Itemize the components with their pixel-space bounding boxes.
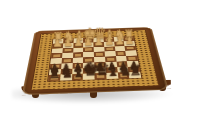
photo-background: ♜♞♝♚♛♝♞♜♟♟♟♟♟♟♟♟♟♟♟♟♟♟♟♟♜♞♝♚♛♝♞♜ xyxy=(0,0,200,134)
piece-white-pawn: ♟ xyxy=(83,36,94,47)
piece-black-knight: ♞ xyxy=(117,63,129,79)
square-e2: ♟ xyxy=(83,42,93,47)
piece-black-king: ♚ xyxy=(82,60,94,79)
square-b8: ♞ xyxy=(117,72,129,78)
square-a8: ♜ xyxy=(129,72,142,78)
piece-black-rook: ♜ xyxy=(48,66,60,80)
square-g2: ♟ xyxy=(63,43,74,48)
square-c2: ♟ xyxy=(104,42,115,47)
piece-black-bishop: ♝ xyxy=(71,64,83,80)
square-h3 xyxy=(52,48,63,53)
piece-white-pawn: ♟ xyxy=(124,35,135,46)
board-foot xyxy=(90,92,97,98)
square-d8: ♛ xyxy=(95,73,107,79)
piece-white-pawn: ♟ xyxy=(114,35,125,46)
square-b4 xyxy=(115,51,126,56)
square-a2: ♟ xyxy=(124,41,135,46)
square-b2: ♟ xyxy=(114,41,125,46)
board-grid: ♜♞♝♚♛♝♞♜♟♟♟♟♟♟♟♟♟♟♟♟♟♟♟♟♜♞♝♚♛♝♞♜ xyxy=(47,36,142,82)
square-h4 xyxy=(51,53,62,58)
piece-white-pawn: ♟ xyxy=(73,36,84,47)
board-frame-dark-wood: ♜♞♝♚♛♝♞♜♟♟♟♟♟♟♟♟♟♟♟♟♟♟♟♟♜♞♝♚♛♝♞♜ xyxy=(22,27,169,95)
square-e8: ♚ xyxy=(83,73,95,79)
piece-black-knight: ♞ xyxy=(59,65,71,81)
square-h8: ♜ xyxy=(48,75,60,81)
square-g4 xyxy=(62,53,73,58)
square-f2: ♟ xyxy=(73,43,83,48)
piece-white-pawn: ♟ xyxy=(104,35,115,46)
piece-white-pawn: ♟ xyxy=(52,37,63,48)
board-frame-gold-carved-border: ♜♞♝♚♛♝♞♜♟♟♟♟♟♟♟♟♟♟♟♟♟♟♟♟♜♞♝♚♛♝♞♜ xyxy=(30,30,159,91)
piece-white-pawn: ♟ xyxy=(93,36,104,47)
square-d2: ♟ xyxy=(94,42,105,47)
square-g3 xyxy=(62,48,73,53)
piece-black-queen: ♛ xyxy=(94,61,106,79)
square-c8: ♝ xyxy=(106,73,118,79)
square-h2: ♟ xyxy=(52,43,63,48)
square-f8: ♝ xyxy=(72,74,84,80)
square-g8: ♞ xyxy=(60,74,72,80)
piece-black-rook: ♜ xyxy=(129,63,141,77)
chess-board: ♜♞♝♚♛♝♞♜♟♟♟♟♟♟♟♟♟♟♟♟♟♟♟♟♜♞♝♚♛♝♞♜ xyxy=(22,27,169,95)
piece-black-bishop: ♝ xyxy=(106,63,118,79)
piece-white-pawn: ♟ xyxy=(62,37,73,48)
